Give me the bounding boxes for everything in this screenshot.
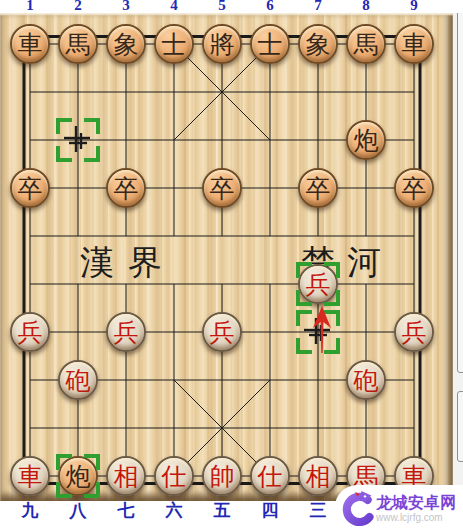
piece-black-車-c1r1[interactable]: 車 — [10, 24, 50, 64]
watermark-site-name: 龙城安卓网 — [376, 494, 456, 512]
piece-black-士-c4r1[interactable]: 士 — [154, 24, 194, 64]
file-label-top-8: 8 — [342, 0, 390, 12]
piece-red-砲-c2r8[interactable]: 砲 — [58, 360, 98, 400]
piece-red-帥-c5r10[interactable]: 帥 — [202, 456, 242, 496]
file-label-top-9: 9 — [390, 0, 438, 12]
piece-red-兵-c9r7[interactable]: 兵 — [394, 312, 434, 352]
piece-black-馬-c2r1[interactable]: 馬 — [58, 24, 98, 64]
file-label-top-5: 5 — [198, 0, 246, 12]
piece-red-兵-c1r7[interactable]: 兵 — [10, 312, 50, 352]
file-label-top-7: 7 — [294, 0, 342, 12]
river-label-left: 漢界 — [80, 243, 176, 283]
file-label-bottom-1: 九 — [6, 504, 54, 518]
side-groupbox-top — [457, 8, 463, 373]
file-label-top-3: 3 — [102, 0, 150, 12]
piece-red-相-c3r10[interactable]: 相 — [106, 456, 146, 496]
watermark-site-url: www.lcjrfg.com — [376, 512, 456, 523]
piece-black-卒-c1r4[interactable]: 卒 — [10, 168, 50, 208]
file-label-bottom-6: 四 — [246, 504, 294, 518]
xiangqi-board[interactable]: 漢界 楚河 車馬象士將士象馬車炮卒卒卒卒卒兵兵兵兵兵砲砲車炮相仕帥仕相馬車 — [0, 13, 453, 501]
piece-black-象-c7r1[interactable]: 象 — [298, 24, 338, 64]
piece-black-炮-c8r3[interactable]: 炮 — [346, 120, 386, 160]
file-label-bottom-5: 五 — [198, 504, 246, 518]
file-label-top-6: 6 — [246, 0, 294, 12]
file-label-top-2: 2 — [54, 0, 102, 12]
dragon-logo-icon — [338, 489, 374, 527]
file-label-top-1: 1 — [6, 0, 54, 12]
piece-red-兵-c3r7[interactable]: 兵 — [106, 312, 146, 352]
piece-black-卒-c9r4[interactable]: 卒 — [394, 168, 434, 208]
piece-red-兵-c5r7[interactable]: 兵 — [202, 312, 242, 352]
piece-red-砲-c8r8[interactable]: 砲 — [346, 360, 386, 400]
top-file-labels: 123456789 — [0, 0, 463, 13]
piece-black-卒-c5r4[interactable]: 卒 — [202, 168, 242, 208]
piece-black-卒-c7r4[interactable]: 卒 — [298, 168, 338, 208]
file-label-bottom-3: 七 — [102, 504, 150, 518]
piece-black-象-c3r1[interactable]: 象 — [106, 24, 146, 64]
piece-red-仕-c6r10[interactable]: 仕 — [250, 456, 290, 496]
piece-black-炮-c2r10[interactable]: 炮 — [58, 456, 98, 496]
side-groupbox-bottom — [457, 391, 463, 462]
piece-red-兵-c7r6[interactable]: 兵 — [298, 264, 338, 304]
piece-red-車-c1r10[interactable]: 車 — [10, 456, 50, 496]
file-label-bottom-2: 八 — [54, 504, 102, 518]
watermark: 龙城安卓网 www.lcjrfg.com — [335, 485, 463, 531]
file-label-bottom-4: 六 — [150, 504, 198, 518]
piece-red-仕-c4r10[interactable]: 仕 — [154, 456, 194, 496]
file-label-top-4: 4 — [150, 0, 198, 12]
piece-black-馬-c8r1[interactable]: 馬 — [346, 24, 386, 64]
right-panel-edge — [453, 0, 463, 531]
piece-black-卒-c3r4[interactable]: 卒 — [106, 168, 146, 208]
piece-black-將-c5r1[interactable]: 將 — [202, 24, 242, 64]
piece-red-相-c7r10[interactable]: 相 — [298, 456, 338, 496]
piece-black-士-c6r1[interactable]: 士 — [250, 24, 290, 64]
piece-black-車-c9r1[interactable]: 車 — [394, 24, 434, 64]
